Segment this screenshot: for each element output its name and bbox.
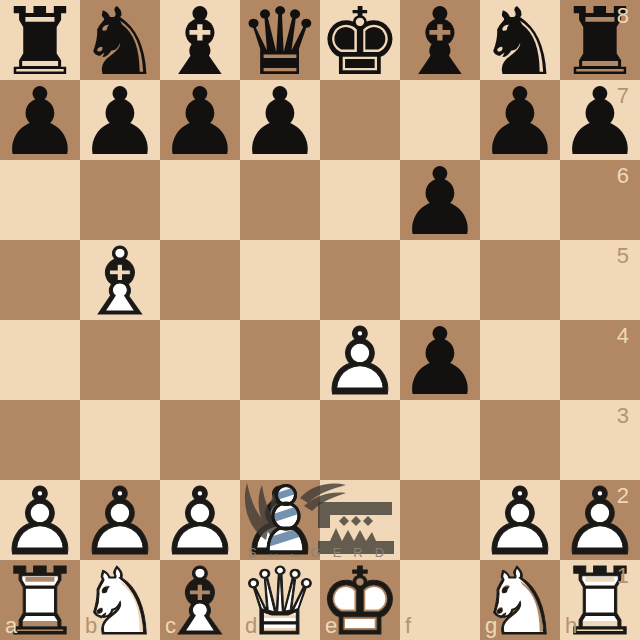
white-pawn-outline-glyph: ♙ [480,482,560,562]
white-pawn-outline-glyph: ♙ [0,482,80,562]
square-c3[interactable] [160,400,240,480]
white-pawn-outline-glyph: ♙ [560,482,640,562]
black-pawn-glyph: ♟ [160,82,240,162]
black-bishop-glyph: ♝ [160,2,240,82]
piece-black-pawn[interactable]: ♟ [0,80,80,160]
white-bishop-glyph: ♝ [80,242,160,322]
white-pawn-outline-glyph: ♙ [320,322,400,402]
piece-black-pawn[interactable]: ♟ [560,80,640,160]
square-d1[interactable]: ♛♕d [240,560,320,640]
square-e1[interactable]: ♚♔e [320,560,400,640]
black-pawn-glyph: ♟ [400,162,480,242]
piece-black-pawn[interactable]: ♟ [480,80,560,160]
rank-label-3: 3 [617,405,629,427]
rank-label-5: 5 [617,245,629,267]
white-knight-glyph: ♞ [80,562,160,640]
piece-white-pawn[interactable]: ♟♙ [160,480,240,560]
square-h6[interactable]: 6 [560,160,640,240]
square-b6[interactable] [80,160,160,240]
square-a4[interactable] [0,320,80,400]
square-e3[interactable] [320,400,400,480]
square-c8[interactable]: ♝ [160,0,240,80]
white-king-outline-glyph: ♔ [320,562,400,640]
square-b4[interactable] [80,320,160,400]
square-d5[interactable] [240,240,320,320]
black-bishop-glyph: ♝ [400,2,480,82]
white-rook-glyph: ♜ [560,562,640,640]
square-e4[interactable]: ♟♙ [320,320,400,400]
white-pawn-glyph: ♟ [0,482,80,562]
chess-app: ♜♞♝♛♚♝♞♜8♟♟♟♟♟♟7♟6♝♗5♟♙♟43♟♙♟♙♟♙♟♙♟♙♟♙2♜… [0,0,640,640]
square-e2[interactable] [320,480,400,560]
piece-white-pawn[interactable]: ♟♙ [480,480,560,560]
square-d7[interactable]: ♟ [240,80,320,160]
chess-board: ♜♞♝♛♚♝♞♜8♟♟♟♟♟♟7♟6♝♗5♟♙♟43♟♙♟♙♟♙♟♙♟♙♟♙2♜… [0,0,640,640]
white-pawn-glyph: ♟ [320,322,400,402]
square-a7[interactable]: ♟ [0,80,80,160]
square-f8[interactable]: ♝ [400,0,480,80]
square-g7[interactable]: ♟ [480,80,560,160]
piece-white-queen[interactable]: ♛♕ [240,560,320,640]
piece-black-rook[interactable]: ♜ [560,0,640,80]
piece-white-pawn[interactable]: ♟♙ [0,480,80,560]
square-e7[interactable] [320,80,400,160]
white-queen-glyph: ♛ [240,562,320,640]
black-pawn-glyph: ♟ [560,82,640,162]
white-bishop-glyph: ♝ [160,562,240,640]
square-b2[interactable]: ♟♙ [80,480,160,560]
black-queen-glyph: ♛ [240,2,320,82]
square-g2[interactable]: ♟♙ [480,480,560,560]
piece-white-bishop[interactable]: ♝♗ [160,560,240,640]
square-f2[interactable] [400,480,480,560]
white-knight-outline-glyph: ♘ [480,562,560,640]
piece-black-pawn[interactable]: ♟ [240,80,320,160]
rank-label-6: 6 [617,165,629,187]
rank-label-4: 4 [617,325,629,347]
square-d8[interactable]: ♛ [240,0,320,80]
square-f4[interactable]: ♟ [400,320,480,400]
black-pawn-glyph: ♟ [400,322,480,402]
piece-black-knight[interactable]: ♞ [480,0,560,80]
square-a1[interactable]: ♜♖a [0,560,80,640]
square-h1[interactable]: ♜♖1h [560,560,640,640]
square-f6[interactable]: ♟ [400,160,480,240]
square-g8[interactable]: ♞ [480,0,560,80]
square-c6[interactable] [160,160,240,240]
piece-white-rook[interactable]: ♜♖ [560,560,640,640]
white-bishop-outline-glyph: ♗ [160,562,240,640]
white-queen-outline-glyph: ♕ [240,562,320,640]
black-king-glyph: ♚ [320,2,400,82]
square-b7[interactable]: ♟ [80,80,160,160]
black-pawn-glyph: ♟ [80,82,160,162]
black-pawn-glyph: ♟ [0,82,80,162]
square-a5[interactable] [0,240,80,320]
piece-black-knight[interactable]: ♞ [80,0,160,80]
black-rook-glyph: ♜ [0,2,80,82]
black-knight-glyph: ♞ [80,2,160,82]
square-f1[interactable]: f [400,560,480,640]
white-rook-outline-glyph: ♖ [0,562,80,640]
square-g5[interactable] [480,240,560,320]
piece-white-pawn[interactable]: ♟♙ [80,480,160,560]
piece-black-queen[interactable]: ♛ [240,0,320,80]
square-h4[interactable]: 4 [560,320,640,400]
black-pawn-glyph: ♟ [480,82,560,162]
square-d2[interactable]: ♟♙ [240,480,320,560]
white-pawn-outline-glyph: ♙ [240,482,320,562]
black-pawn-glyph: ♟ [240,82,320,162]
white-bishop-outline-glyph: ♗ [80,242,160,322]
square-g3[interactable] [480,400,560,480]
white-rook-glyph: ♜ [0,562,80,640]
white-pawn-glyph: ♟ [160,482,240,562]
square-c4[interactable] [160,320,240,400]
square-g6[interactable] [480,160,560,240]
square-g4[interactable] [480,320,560,400]
square-b8[interactable]: ♞ [80,0,160,80]
square-a2[interactable]: ♟♙ [0,480,80,560]
square-d6[interactable] [240,160,320,240]
white-pawn-outline-glyph: ♙ [80,482,160,562]
square-f5[interactable] [400,240,480,320]
square-b3[interactable] [80,400,160,480]
square-b1[interactable]: ♞♘b [80,560,160,640]
square-e6[interactable] [320,160,400,240]
white-pawn-glyph: ♟ [480,482,560,562]
white-rook-outline-glyph: ♖ [560,562,640,640]
square-d4[interactable] [240,320,320,400]
piece-white-pawn[interactable]: ♟♙ [560,480,640,560]
piece-white-pawn[interactable]: ♟♙ [240,480,320,560]
white-knight-glyph: ♞ [480,562,560,640]
square-d3[interactable] [240,400,320,480]
square-h8[interactable]: ♜8 [560,0,640,80]
square-a6[interactable] [0,160,80,240]
square-g1[interactable]: ♞♘g [480,560,560,640]
square-c7[interactable]: ♟ [160,80,240,160]
white-pawn-glyph: ♟ [80,482,160,562]
piece-white-rook[interactable]: ♜♖ [0,560,80,640]
white-pawn-outline-glyph: ♙ [160,482,240,562]
piece-white-knight[interactable]: ♞♘ [480,560,560,640]
piece-white-knight[interactable]: ♞♘ [80,560,160,640]
square-c2[interactable]: ♟♙ [160,480,240,560]
black-knight-glyph: ♞ [480,2,560,82]
square-f3[interactable] [400,400,480,480]
piece-black-pawn[interactable]: ♟ [400,320,480,400]
square-h2[interactable]: ♟♙2 [560,480,640,560]
square-h3[interactable]: 3 [560,400,640,480]
piece-black-bishop[interactable]: ♝ [400,0,480,80]
piece-white-king[interactable]: ♚♔ [320,560,400,640]
square-e5[interactable] [320,240,400,320]
white-pawn-glyph: ♟ [240,482,320,562]
piece-black-bishop[interactable]: ♝ [160,0,240,80]
piece-white-pawn[interactable]: ♟♙ [320,320,400,400]
piece-black-rook[interactable]: ♜ [0,0,80,80]
black-rook-glyph: ♜ [560,2,640,82]
square-f7[interactable] [400,80,480,160]
piece-black-pawn[interactable]: ♟ [80,80,160,160]
square-a3[interactable] [0,400,80,480]
piece-white-bishop[interactable]: ♝♗ [80,240,160,320]
file-label-f: f [405,615,411,637]
square-c5[interactable] [160,240,240,320]
square-c1[interactable]: ♝♗c [160,560,240,640]
piece-black-king[interactable]: ♚ [320,0,400,80]
square-h7[interactable]: ♟7 [560,80,640,160]
piece-black-pawn[interactable]: ♟ [160,80,240,160]
square-e8[interactable]: ♚ [320,0,400,80]
square-a8[interactable]: ♜ [0,0,80,80]
white-king-glyph: ♚ [320,562,400,640]
square-b5[interactable]: ♝♗ [80,240,160,320]
white-pawn-glyph: ♟ [560,482,640,562]
square-h5[interactable]: 5 [560,240,640,320]
white-knight-outline-glyph: ♘ [80,562,160,640]
piece-black-pawn[interactable]: ♟ [400,160,480,240]
